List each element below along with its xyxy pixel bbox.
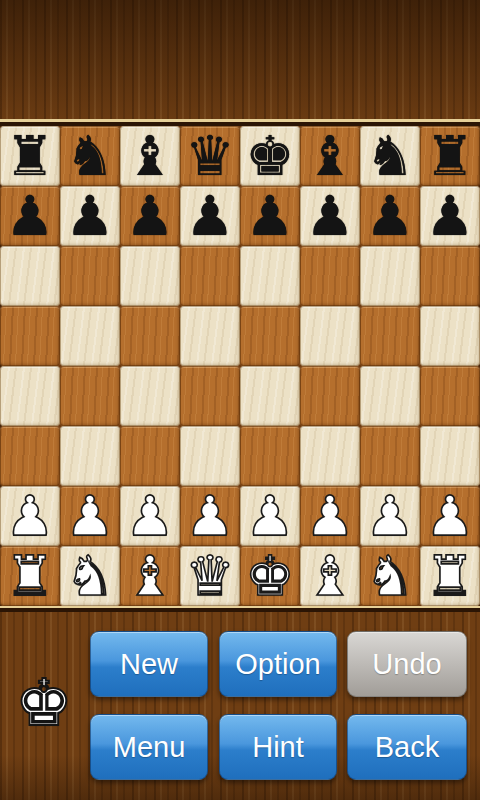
square-b8[interactable]: ♞ xyxy=(60,126,120,186)
square-h3[interactable] xyxy=(420,426,480,486)
square-h1[interactable]: ♜ xyxy=(420,546,480,606)
piece-black-pawn[interactable]: ♟ xyxy=(305,186,354,246)
piece-white-king[interactable]: ♚ xyxy=(245,546,294,606)
piece-black-pawn[interactable]: ♟ xyxy=(365,186,414,246)
piece-black-knight[interactable]: ♞ xyxy=(65,126,114,186)
square-d7[interactable]: ♟ xyxy=(180,186,240,246)
piece-white-bishop[interactable]: ♝ xyxy=(125,546,174,606)
square-b4[interactable] xyxy=(60,366,120,426)
square-f1[interactable]: ♝ xyxy=(300,546,360,606)
square-b7[interactable]: ♟ xyxy=(60,186,120,246)
piece-white-knight[interactable]: ♞ xyxy=(65,546,114,606)
square-c7[interactable]: ♟ xyxy=(120,186,180,246)
square-e3[interactable] xyxy=(240,426,300,486)
square-c3[interactable] xyxy=(120,426,180,486)
piece-black-rook[interactable]: ♜ xyxy=(5,126,54,186)
square-d5[interactable] xyxy=(180,306,240,366)
square-e4[interactable] xyxy=(240,366,300,426)
square-a8[interactable]: ♜ xyxy=(0,126,60,186)
board-frame-dark-bottom xyxy=(0,608,480,612)
piece-white-rook[interactable]: ♜ xyxy=(5,546,54,606)
piece-black-pawn[interactable]: ♟ xyxy=(125,186,174,246)
square-f2[interactable]: ♟ xyxy=(300,486,360,546)
piece-black-knight[interactable]: ♞ xyxy=(365,126,414,186)
square-c6[interactable] xyxy=(120,246,180,306)
piece-black-queen[interactable]: ♛ xyxy=(185,126,234,186)
square-d2[interactable]: ♟ xyxy=(180,486,240,546)
square-c2[interactable]: ♟ xyxy=(120,486,180,546)
square-a3[interactable] xyxy=(0,426,60,486)
piece-white-pawn[interactable]: ♟ xyxy=(125,486,174,546)
square-h2[interactable]: ♟ xyxy=(420,486,480,546)
square-a2[interactable]: ♟ xyxy=(0,486,60,546)
square-g6[interactable] xyxy=(360,246,420,306)
piece-black-pawn[interactable]: ♟ xyxy=(5,186,54,246)
square-f7[interactable]: ♟ xyxy=(300,186,360,246)
square-b2[interactable]: ♟ xyxy=(60,486,120,546)
piece-black-king[interactable]: ♚ xyxy=(245,126,294,186)
option-button[interactable]: Option xyxy=(219,631,337,697)
square-a5[interactable] xyxy=(0,306,60,366)
square-d6[interactable] xyxy=(180,246,240,306)
square-a4[interactable] xyxy=(0,366,60,426)
back-button[interactable]: Back xyxy=(347,714,467,780)
square-f6[interactable] xyxy=(300,246,360,306)
piece-black-pawn[interactable]: ♟ xyxy=(245,186,294,246)
square-h4[interactable] xyxy=(420,366,480,426)
square-h7[interactable]: ♟ xyxy=(420,186,480,246)
undo-button[interactable]: Undo xyxy=(347,631,467,697)
new-button[interactable]: New xyxy=(90,631,208,697)
piece-white-pawn[interactable]: ♟ xyxy=(425,486,474,546)
square-e7[interactable]: ♟ xyxy=(240,186,300,246)
menu-button[interactable]: Menu xyxy=(90,714,208,780)
square-d1[interactable]: ♛ xyxy=(180,546,240,606)
piece-white-queen[interactable]: ♛ xyxy=(185,546,234,606)
square-g2[interactable]: ♟ xyxy=(360,486,420,546)
square-g1[interactable]: ♞ xyxy=(360,546,420,606)
square-d8[interactable]: ♛ xyxy=(180,126,240,186)
piece-white-knight[interactable]: ♞ xyxy=(365,546,414,606)
square-b1[interactable]: ♞ xyxy=(60,546,120,606)
square-g4[interactable] xyxy=(360,366,420,426)
square-a6[interactable] xyxy=(0,246,60,306)
square-g5[interactable] xyxy=(360,306,420,366)
square-d4[interactable] xyxy=(180,366,240,426)
piece-white-rook[interactable]: ♜ xyxy=(425,546,474,606)
square-f5[interactable] xyxy=(300,306,360,366)
piece-black-pawn[interactable]: ♟ xyxy=(425,186,474,246)
square-b6[interactable] xyxy=(60,246,120,306)
square-d3[interactable] xyxy=(180,426,240,486)
square-e5[interactable] xyxy=(240,306,300,366)
piece-black-pawn[interactable]: ♟ xyxy=(65,186,114,246)
piece-black-bishop[interactable]: ♝ xyxy=(305,126,354,186)
square-h6[interactable] xyxy=(420,246,480,306)
piece-white-bishop[interactable]: ♝ xyxy=(305,546,354,606)
square-e1[interactable]: ♚ xyxy=(240,546,300,606)
hint-button[interactable]: Hint xyxy=(219,714,337,780)
square-e2[interactable]: ♟ xyxy=(240,486,300,546)
square-f4[interactable] xyxy=(300,366,360,426)
square-h5[interactable] xyxy=(420,306,480,366)
piece-white-pawn[interactable]: ♟ xyxy=(5,486,54,546)
square-h8[interactable]: ♜ xyxy=(420,126,480,186)
square-a7[interactable]: ♟ xyxy=(0,186,60,246)
chess-app-screen: { "game": "chess", "position": { "fen": … xyxy=(0,0,480,800)
square-b5[interactable] xyxy=(60,306,120,366)
piece-white-pawn[interactable]: ♟ xyxy=(305,486,354,546)
square-a1[interactable]: ♜ xyxy=(0,546,60,606)
white-king-icon: ♚ xyxy=(14,668,74,738)
square-f3[interactable] xyxy=(300,426,360,486)
piece-black-rook[interactable]: ♜ xyxy=(425,126,474,186)
square-c4[interactable] xyxy=(120,366,180,426)
piece-white-pawn[interactable]: ♟ xyxy=(65,486,114,546)
square-c5[interactable] xyxy=(120,306,180,366)
chess-board: ♜♞♝♛♚♝♞♜♟♟♟♟♟♟♟♟♟♟♟♟♟♟♟♟♜♞♝♛♚♝♞♜ xyxy=(0,126,480,606)
square-g3[interactable] xyxy=(360,426,420,486)
piece-white-pawn[interactable]: ♟ xyxy=(365,486,414,546)
square-b3[interactable] xyxy=(60,426,120,486)
square-e8[interactable]: ♚ xyxy=(240,126,300,186)
square-g7[interactable]: ♟ xyxy=(360,186,420,246)
piece-white-pawn[interactable]: ♟ xyxy=(185,486,234,546)
piece-black-bishop[interactable]: ♝ xyxy=(125,126,174,186)
piece-white-pawn[interactable]: ♟ xyxy=(245,486,294,546)
square-c1[interactable]: ♝ xyxy=(120,546,180,606)
square-f8[interactable]: ♝ xyxy=(300,126,360,186)
square-c8[interactable]: ♝ xyxy=(120,126,180,186)
square-e6[interactable] xyxy=(240,246,300,306)
square-g8[interactable]: ♞ xyxy=(360,126,420,186)
piece-black-pawn[interactable]: ♟ xyxy=(185,186,234,246)
